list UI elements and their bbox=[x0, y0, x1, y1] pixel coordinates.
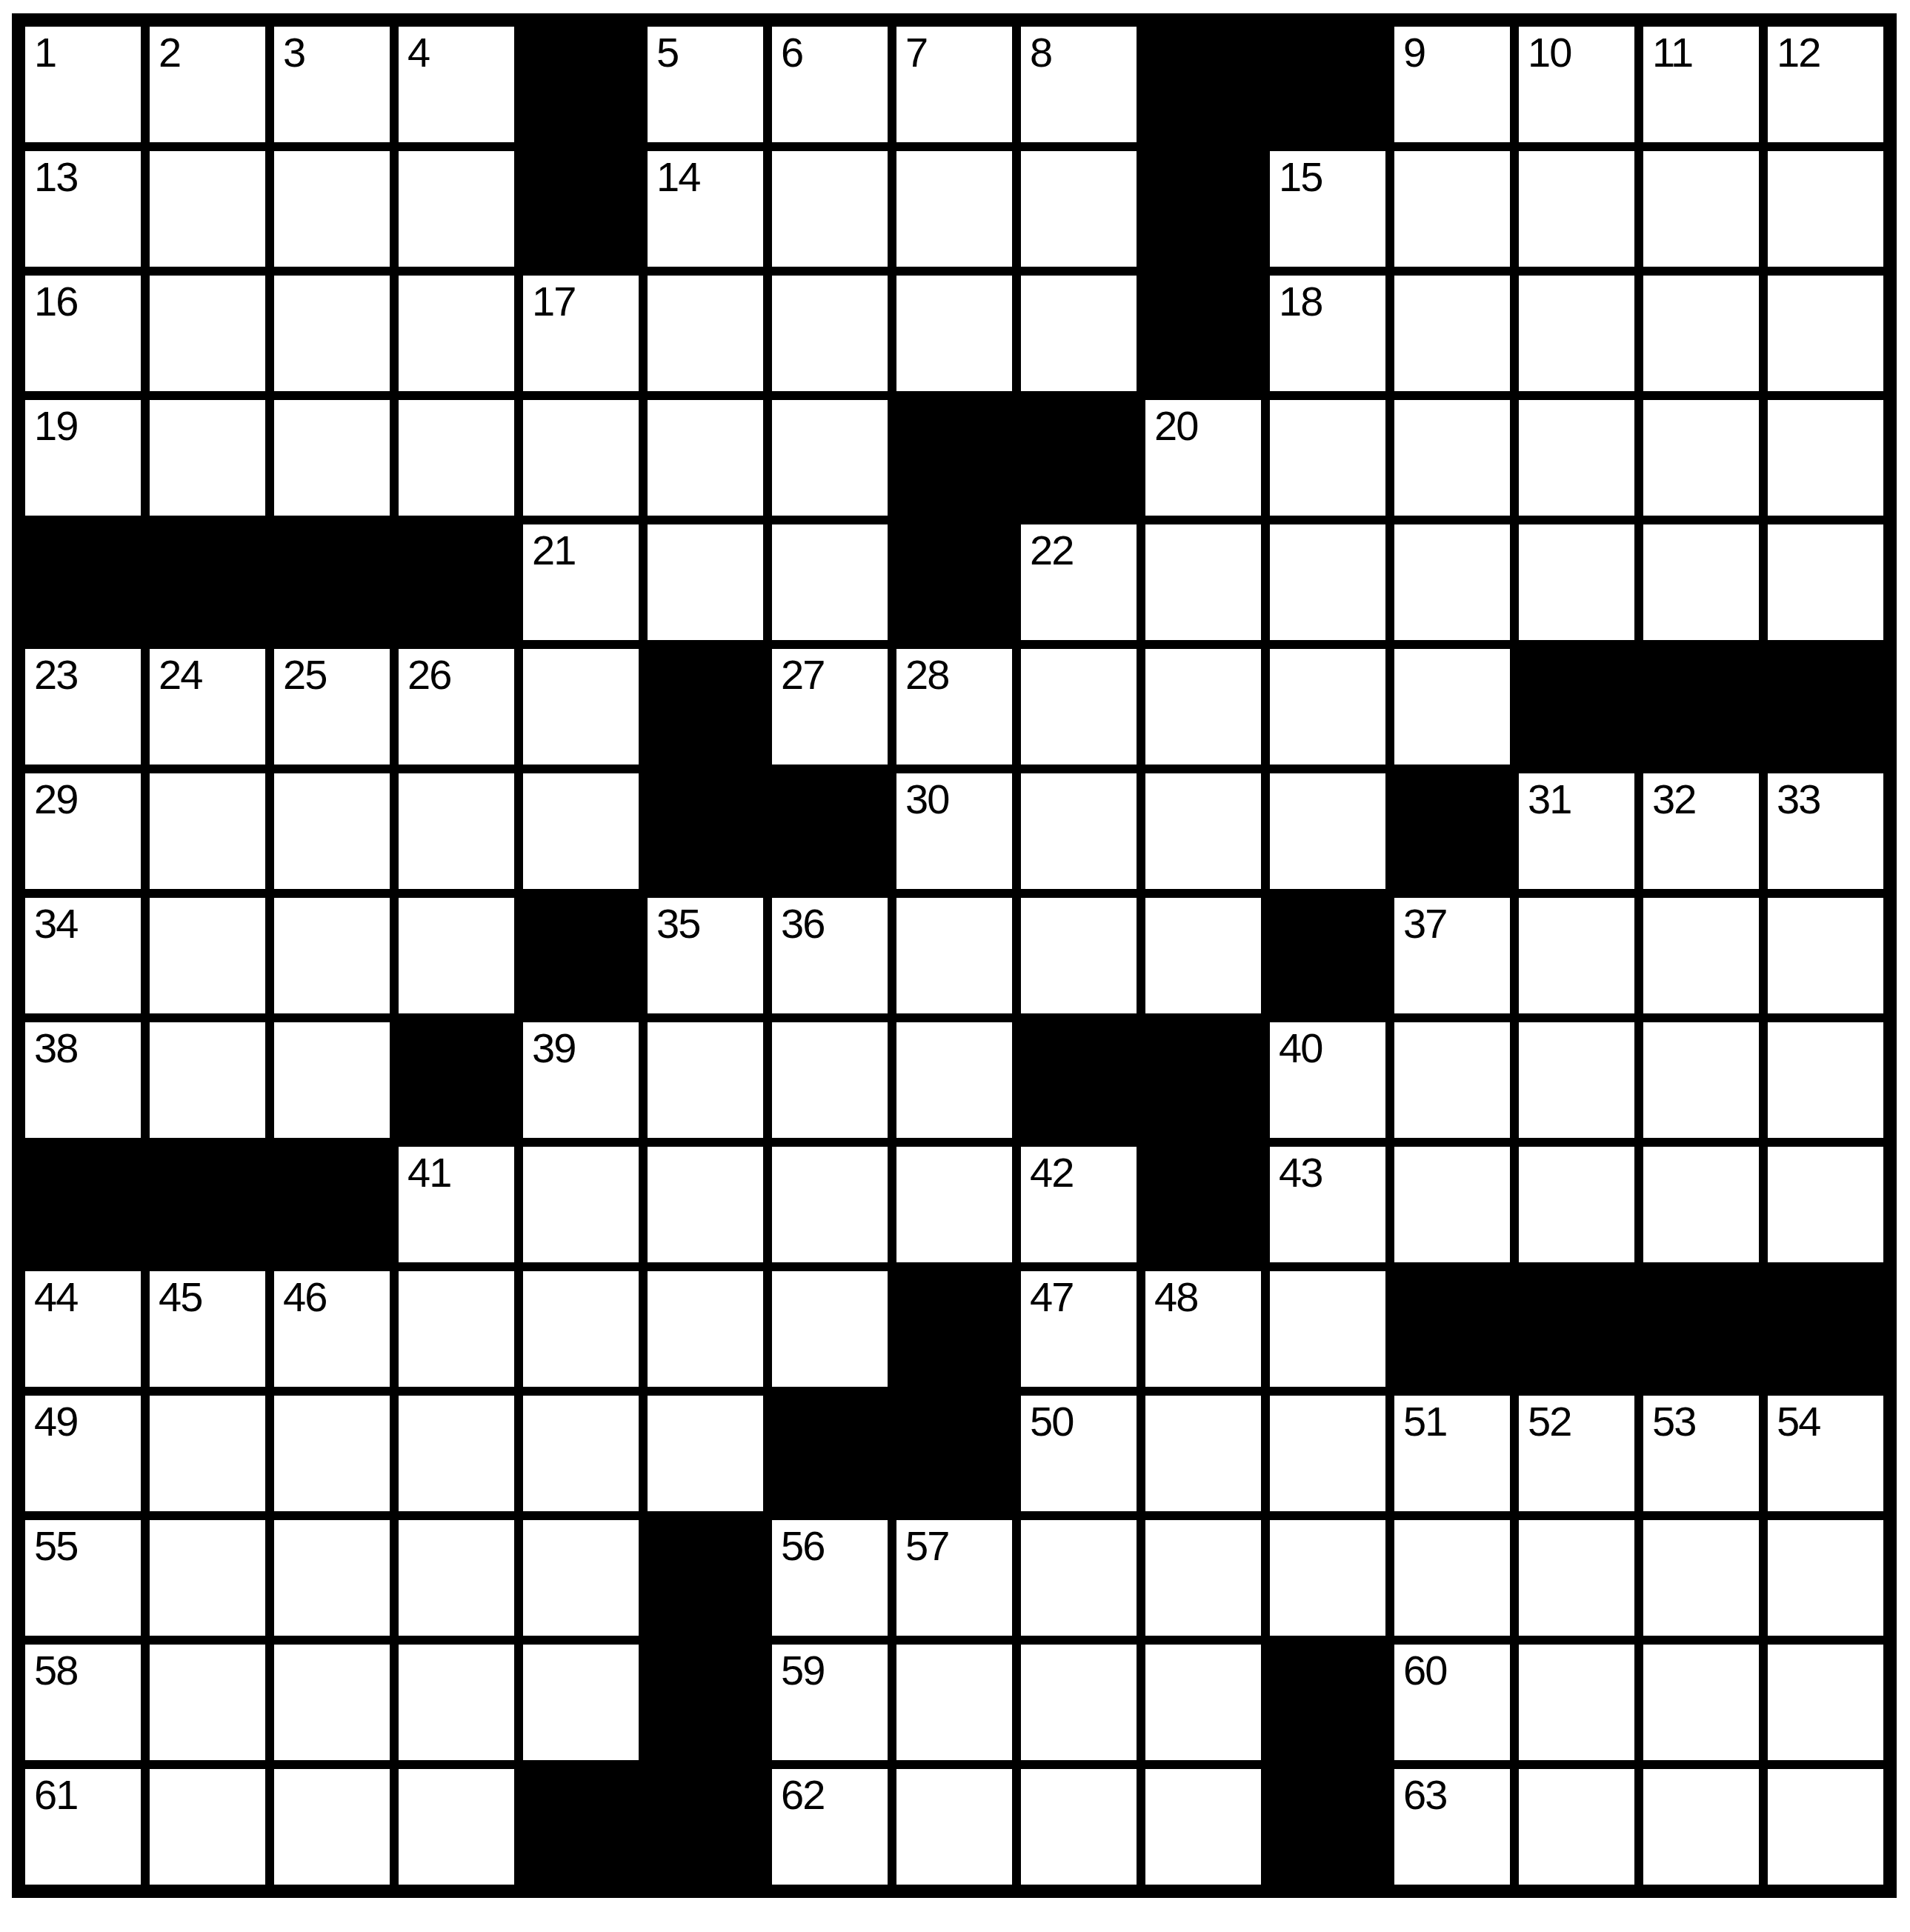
white-cell[interactable] bbox=[896, 1645, 1012, 1760]
white-cell[interactable] bbox=[772, 1147, 888, 1262]
white-cell[interactable] bbox=[274, 773, 390, 889]
white-cell[interactable]: 53 bbox=[1643, 1396, 1759, 1511]
white-cell[interactable]: 34 bbox=[25, 898, 141, 1013]
black-cell bbox=[772, 773, 888, 889]
black-cell bbox=[648, 1645, 763, 1760]
white-cell[interactable] bbox=[1519, 1645, 1634, 1760]
white-cell[interactable]: 60 bbox=[1394, 1645, 1510, 1760]
white-cell[interactable]: 21 bbox=[523, 524, 639, 640]
white-cell[interactable]: 20 bbox=[1145, 400, 1261, 516]
cell-number: 10 bbox=[1528, 30, 1571, 76]
cell-number: 42 bbox=[1030, 1150, 1073, 1196]
white-cell[interactable] bbox=[274, 400, 390, 516]
white-cell[interactable] bbox=[274, 1396, 390, 1511]
crossword-grid: 1234567891011121314151617181920212223242… bbox=[12, 13, 1897, 1898]
cell-number: 38 bbox=[34, 1025, 77, 1071]
white-cell[interactable] bbox=[772, 276, 888, 391]
cell-number: 19 bbox=[34, 403, 77, 449]
white-cell[interactable] bbox=[772, 151, 888, 267]
white-cell[interactable] bbox=[150, 1520, 265, 1636]
white-cell[interactable] bbox=[1145, 1396, 1261, 1511]
black-cell bbox=[1394, 1271, 1510, 1387]
black-cell bbox=[25, 1147, 141, 1262]
white-cell[interactable] bbox=[1643, 1022, 1759, 1138]
cell-number: 23 bbox=[34, 652, 77, 698]
white-cell[interactable]: 51 bbox=[1394, 1396, 1510, 1511]
white-cell[interactable]: 57 bbox=[896, 1520, 1012, 1636]
white-cell[interactable]: 45 bbox=[150, 1271, 265, 1387]
white-cell[interactable] bbox=[1768, 1645, 1883, 1760]
white-cell[interactable] bbox=[1270, 773, 1385, 889]
white-cell[interactable] bbox=[648, 400, 763, 516]
black-cell bbox=[1145, 1147, 1261, 1262]
black-cell bbox=[648, 773, 763, 889]
black-cell bbox=[1270, 27, 1385, 142]
white-cell[interactable]: 44 bbox=[25, 1271, 141, 1387]
cell-number: 44 bbox=[34, 1274, 77, 1320]
white-cell[interactable] bbox=[1643, 1769, 1759, 1885]
white-cell[interactable]: 40 bbox=[1270, 1022, 1385, 1138]
black-cell bbox=[1643, 1271, 1759, 1387]
cell-number: 59 bbox=[781, 1648, 824, 1693]
black-cell bbox=[1021, 400, 1137, 516]
white-cell[interactable] bbox=[1768, 1769, 1883, 1885]
cell-number: 40 bbox=[1279, 1025, 1322, 1071]
white-cell[interactable]: 43 bbox=[1270, 1147, 1385, 1262]
white-cell[interactable] bbox=[1021, 898, 1137, 1013]
white-cell[interactable]: 58 bbox=[25, 1645, 141, 1760]
white-cell[interactable] bbox=[274, 898, 390, 1013]
white-cell[interactable]: 6 bbox=[772, 27, 888, 142]
white-cell[interactable]: 1 bbox=[25, 27, 141, 142]
white-cell[interactable] bbox=[1394, 151, 1510, 267]
white-cell[interactable] bbox=[1145, 898, 1261, 1013]
black-cell bbox=[399, 1022, 514, 1138]
black-cell bbox=[150, 1147, 265, 1262]
cell-number: 33 bbox=[1777, 776, 1820, 822]
white-cell[interactable] bbox=[1145, 1645, 1261, 1760]
white-cell[interactable]: 13 bbox=[25, 151, 141, 267]
white-cell[interactable]: 49 bbox=[25, 1396, 141, 1511]
white-cell[interactable]: 12 bbox=[1768, 27, 1883, 142]
black-cell bbox=[1145, 151, 1261, 267]
cell-number: 61 bbox=[34, 1772, 77, 1818]
white-cell[interactable]: 33 bbox=[1768, 773, 1883, 889]
white-cell[interactable] bbox=[648, 1271, 763, 1387]
white-cell[interactable] bbox=[1519, 1022, 1634, 1138]
white-cell[interactable] bbox=[648, 1396, 763, 1511]
white-cell[interactable] bbox=[1768, 276, 1883, 391]
white-cell[interactable] bbox=[1643, 1520, 1759, 1636]
white-cell[interactable] bbox=[1768, 524, 1883, 640]
white-cell[interactable] bbox=[772, 524, 888, 640]
white-cell[interactable] bbox=[1270, 1396, 1385, 1511]
white-cell[interactable]: 2 bbox=[150, 27, 265, 142]
white-cell[interactable]: 36 bbox=[772, 898, 888, 1013]
white-cell[interactable] bbox=[772, 1022, 888, 1138]
white-cell[interactable] bbox=[1021, 276, 1137, 391]
white-cell[interactable] bbox=[1270, 649, 1385, 765]
white-cell[interactable] bbox=[399, 400, 514, 516]
white-cell[interactable]: 39 bbox=[523, 1022, 639, 1138]
white-cell[interactable]: 47 bbox=[1021, 1271, 1137, 1387]
white-cell[interactable] bbox=[150, 276, 265, 391]
white-cell[interactable] bbox=[1145, 524, 1261, 640]
white-cell[interactable] bbox=[896, 898, 1012, 1013]
white-cell[interactable]: 3 bbox=[274, 27, 390, 142]
black-cell bbox=[1519, 1271, 1634, 1387]
black-cell bbox=[1768, 1271, 1883, 1387]
white-cell[interactable] bbox=[1145, 649, 1261, 765]
white-cell[interactable] bbox=[150, 1645, 265, 1760]
black-cell bbox=[1643, 649, 1759, 765]
white-cell[interactable] bbox=[1519, 898, 1634, 1013]
white-cell[interactable]: 29 bbox=[25, 773, 141, 889]
white-cell[interactable]: 46 bbox=[274, 1271, 390, 1387]
cell-number: 6 bbox=[781, 30, 802, 76]
white-cell[interactable]: 56 bbox=[772, 1520, 888, 1636]
white-cell[interactable] bbox=[1394, 649, 1510, 765]
cell-number: 14 bbox=[656, 154, 699, 200]
white-cell[interactable] bbox=[1021, 1769, 1137, 1885]
white-cell[interactable]: 18 bbox=[1270, 276, 1385, 391]
white-cell[interactable] bbox=[1768, 1022, 1883, 1138]
black-cell bbox=[896, 1271, 1012, 1387]
white-cell[interactable] bbox=[896, 276, 1012, 391]
black-cell bbox=[648, 1769, 763, 1885]
white-cell[interactable]: 61 bbox=[25, 1769, 141, 1885]
white-cell[interactable] bbox=[523, 1645, 639, 1760]
white-cell[interactable]: 32 bbox=[1643, 773, 1759, 889]
white-cell[interactable] bbox=[523, 1147, 639, 1262]
black-cell bbox=[1021, 1022, 1137, 1138]
white-cell[interactable] bbox=[1021, 1520, 1137, 1636]
white-cell[interactable] bbox=[523, 400, 639, 516]
black-cell bbox=[1270, 1769, 1385, 1885]
white-cell[interactable] bbox=[274, 1769, 390, 1885]
cell-number: 48 bbox=[1154, 1274, 1197, 1320]
black-cell bbox=[896, 1396, 1012, 1511]
white-cell[interactable] bbox=[399, 1769, 514, 1885]
white-cell[interactable]: 63 bbox=[1394, 1769, 1510, 1885]
cell-number: 37 bbox=[1403, 901, 1446, 947]
cell-number: 43 bbox=[1279, 1150, 1322, 1196]
cell-number: 16 bbox=[34, 279, 77, 324]
black-cell bbox=[648, 649, 763, 765]
white-cell[interactable]: 22 bbox=[1021, 524, 1137, 640]
white-cell[interactable] bbox=[1643, 1147, 1759, 1262]
black-cell bbox=[1270, 898, 1385, 1013]
black-cell bbox=[1145, 276, 1261, 391]
black-cell bbox=[399, 524, 514, 640]
white-cell[interactable] bbox=[1768, 1147, 1883, 1262]
cell-number: 34 bbox=[34, 901, 77, 947]
white-cell[interactable] bbox=[1021, 649, 1137, 765]
white-cell[interactable] bbox=[1145, 1520, 1261, 1636]
white-cell[interactable] bbox=[896, 1147, 1012, 1262]
black-cell bbox=[274, 524, 390, 640]
cell-number: 51 bbox=[1403, 1399, 1446, 1445]
white-cell[interactable] bbox=[399, 151, 514, 267]
cell-number: 5 bbox=[656, 30, 678, 76]
black-cell bbox=[896, 400, 1012, 516]
white-cell[interactable] bbox=[1145, 773, 1261, 889]
white-cell[interactable] bbox=[274, 1022, 390, 1138]
white-cell[interactable] bbox=[274, 276, 390, 391]
white-cell[interactable] bbox=[1519, 1769, 1634, 1885]
white-cell[interactable]: 19 bbox=[25, 400, 141, 516]
white-cell[interactable]: 59 bbox=[772, 1645, 888, 1760]
cell-number: 22 bbox=[1030, 527, 1073, 573]
white-cell[interactable]: 24 bbox=[150, 649, 265, 765]
white-cell[interactable] bbox=[1519, 151, 1634, 267]
white-cell[interactable]: 28 bbox=[896, 649, 1012, 765]
cell-number: 63 bbox=[1403, 1772, 1446, 1818]
white-cell[interactable] bbox=[1768, 1520, 1883, 1636]
white-cell[interactable] bbox=[648, 1022, 763, 1138]
white-cell[interactable]: 15 bbox=[1270, 151, 1385, 267]
white-cell[interactable] bbox=[1519, 524, 1634, 640]
black-cell bbox=[274, 1147, 390, 1262]
white-cell[interactable] bbox=[1643, 524, 1759, 640]
black-cell bbox=[523, 898, 639, 1013]
white-cell[interactable] bbox=[523, 649, 639, 765]
white-cell[interactable] bbox=[150, 151, 265, 267]
black-cell bbox=[1145, 27, 1261, 142]
white-cell[interactable]: 23 bbox=[25, 649, 141, 765]
cell-number: 50 bbox=[1030, 1399, 1073, 1445]
white-cell[interactable] bbox=[648, 276, 763, 391]
cell-number: 57 bbox=[905, 1523, 948, 1569]
cell-number: 45 bbox=[159, 1274, 202, 1320]
cell-number: 8 bbox=[1030, 30, 1051, 76]
white-cell[interactable] bbox=[523, 1396, 639, 1511]
cell-number: 26 bbox=[407, 652, 450, 698]
white-cell[interactable]: 31 bbox=[1519, 773, 1634, 889]
cell-number: 58 bbox=[34, 1648, 77, 1693]
white-cell[interactable] bbox=[274, 1520, 390, 1636]
white-cell[interactable] bbox=[1519, 400, 1634, 516]
white-cell[interactable] bbox=[1768, 400, 1883, 516]
white-cell[interactable] bbox=[274, 1645, 390, 1760]
white-cell[interactable]: 50 bbox=[1021, 1396, 1137, 1511]
black-cell bbox=[523, 1769, 639, 1885]
white-cell[interactable] bbox=[1394, 276, 1510, 391]
white-cell[interactable]: 42 bbox=[1021, 1147, 1137, 1262]
white-cell[interactable] bbox=[1021, 151, 1137, 267]
cell-number: 53 bbox=[1652, 1399, 1695, 1445]
white-cell[interactable] bbox=[896, 1769, 1012, 1885]
cell-number: 12 bbox=[1777, 30, 1820, 76]
white-cell[interactable] bbox=[1270, 1271, 1385, 1387]
cell-number: 21 bbox=[532, 527, 575, 573]
cell-number: 49 bbox=[34, 1399, 77, 1445]
cell-number: 46 bbox=[283, 1274, 326, 1320]
white-cell[interactable]: 35 bbox=[648, 898, 763, 1013]
cell-number: 11 bbox=[1652, 30, 1692, 76]
black-cell bbox=[896, 524, 1012, 640]
white-cell[interactable]: 4 bbox=[399, 27, 514, 142]
white-cell[interactable] bbox=[399, 898, 514, 1013]
cell-number: 2 bbox=[159, 30, 180, 76]
cell-number: 15 bbox=[1279, 154, 1322, 200]
white-cell[interactable] bbox=[1021, 773, 1137, 889]
cell-number: 31 bbox=[1528, 776, 1571, 822]
white-cell[interactable] bbox=[648, 1147, 763, 1262]
white-cell[interactable] bbox=[399, 1520, 514, 1636]
black-cell bbox=[1145, 1022, 1261, 1138]
white-cell[interactable] bbox=[1643, 898, 1759, 1013]
cell-number: 7 bbox=[905, 30, 927, 76]
white-cell[interactable] bbox=[772, 1271, 888, 1387]
white-cell[interactable]: 54 bbox=[1768, 1396, 1883, 1511]
white-cell[interactable] bbox=[1643, 151, 1759, 267]
white-cell[interactable] bbox=[1519, 1147, 1634, 1262]
cell-number: 56 bbox=[781, 1523, 824, 1569]
white-cell[interactable] bbox=[1270, 524, 1385, 640]
cell-number: 20 bbox=[1154, 403, 1197, 449]
white-cell[interactable] bbox=[1394, 1147, 1510, 1262]
white-cell[interactable] bbox=[399, 1396, 514, 1511]
cell-number: 24 bbox=[159, 652, 202, 698]
white-cell[interactable]: 25 bbox=[274, 649, 390, 765]
white-cell[interactable]: 52 bbox=[1519, 1396, 1634, 1511]
white-cell[interactable] bbox=[1394, 524, 1510, 640]
white-cell[interactable]: 14 bbox=[648, 151, 763, 267]
white-cell[interactable]: 11 bbox=[1643, 27, 1759, 142]
cell-number: 3 bbox=[283, 30, 305, 76]
cell-number: 9 bbox=[1403, 30, 1425, 76]
cell-number: 35 bbox=[656, 901, 699, 947]
white-cell[interactable] bbox=[896, 151, 1012, 267]
white-cell[interactable] bbox=[150, 400, 265, 516]
white-cell[interactable] bbox=[1394, 1022, 1510, 1138]
cell-number: 27 bbox=[781, 652, 824, 698]
cell-number: 36 bbox=[781, 901, 824, 947]
white-cell[interactable] bbox=[1519, 276, 1634, 391]
cell-number: 54 bbox=[1777, 1399, 1820, 1445]
white-cell[interactable]: 5 bbox=[648, 27, 763, 142]
white-cell[interactable]: 16 bbox=[25, 276, 141, 391]
white-cell[interactable] bbox=[399, 773, 514, 889]
white-cell[interactable] bbox=[274, 151, 390, 267]
white-cell[interactable] bbox=[1394, 1520, 1510, 1636]
cell-number: 28 bbox=[905, 652, 948, 698]
white-cell[interactable] bbox=[150, 898, 265, 1013]
cell-number: 13 bbox=[34, 154, 77, 200]
black-cell bbox=[1768, 649, 1883, 765]
white-cell[interactable] bbox=[523, 1520, 639, 1636]
black-cell bbox=[1394, 773, 1510, 889]
white-cell[interactable]: 37 bbox=[1394, 898, 1510, 1013]
cell-number: 18 bbox=[1279, 279, 1322, 324]
cell-number: 29 bbox=[34, 776, 77, 822]
cell-number: 41 bbox=[407, 1150, 450, 1196]
white-cell[interactable] bbox=[399, 1271, 514, 1387]
cell-number: 47 bbox=[1030, 1274, 1073, 1320]
white-cell[interactable] bbox=[1768, 898, 1883, 1013]
black-cell bbox=[25, 524, 141, 640]
cell-number: 55 bbox=[34, 1523, 77, 1569]
white-cell[interactable]: 10 bbox=[1519, 27, 1634, 142]
black-cell bbox=[772, 1396, 888, 1511]
white-cell[interactable] bbox=[150, 773, 265, 889]
white-cell[interactable] bbox=[1643, 276, 1759, 391]
black-cell bbox=[1519, 649, 1634, 765]
cell-number: 4 bbox=[407, 30, 429, 76]
white-cell[interactable] bbox=[1270, 400, 1385, 516]
black-cell bbox=[648, 1520, 763, 1636]
white-cell[interactable] bbox=[523, 1271, 639, 1387]
white-cell[interactable]: 48 bbox=[1145, 1271, 1261, 1387]
white-cell[interactable]: 62 bbox=[772, 1769, 888, 1885]
white-cell[interactable] bbox=[1270, 1520, 1385, 1636]
black-cell bbox=[523, 27, 639, 142]
black-cell bbox=[150, 524, 265, 640]
cell-number: 62 bbox=[781, 1772, 824, 1818]
white-cell[interactable]: 9 bbox=[1394, 27, 1510, 142]
white-cell[interactable]: 7 bbox=[896, 27, 1012, 142]
cell-number: 52 bbox=[1528, 1399, 1571, 1445]
white-cell[interactable]: 26 bbox=[399, 649, 514, 765]
black-cell bbox=[523, 151, 639, 267]
white-cell[interactable] bbox=[772, 400, 888, 516]
white-cell[interactable] bbox=[1768, 151, 1883, 267]
cell-number: 30 bbox=[905, 776, 948, 822]
white-cell[interactable] bbox=[1519, 1520, 1634, 1636]
white-cell[interactable] bbox=[523, 773, 639, 889]
white-cell[interactable]: 27 bbox=[772, 649, 888, 765]
white-cell[interactable] bbox=[399, 1645, 514, 1760]
white-cell[interactable] bbox=[150, 1769, 265, 1885]
white-cell[interactable]: 41 bbox=[399, 1147, 514, 1262]
white-cell[interactable] bbox=[1643, 1645, 1759, 1760]
cell-number: 1 bbox=[34, 30, 56, 76]
white-cell[interactable] bbox=[1394, 400, 1510, 516]
white-cell[interactable] bbox=[1643, 400, 1759, 516]
cell-number: 25 bbox=[283, 652, 326, 698]
cell-number: 32 bbox=[1652, 776, 1695, 822]
black-cell bbox=[1270, 1645, 1385, 1760]
white-cell[interactable]: 30 bbox=[896, 773, 1012, 889]
white-cell[interactable] bbox=[896, 1022, 1012, 1138]
white-cell[interactable] bbox=[1145, 1769, 1261, 1885]
white-cell[interactable] bbox=[1021, 1645, 1137, 1760]
white-cell[interactable] bbox=[399, 276, 514, 391]
white-cell[interactable]: 55 bbox=[25, 1520, 141, 1636]
cell-number: 39 bbox=[532, 1025, 575, 1071]
white-cell[interactable]: 8 bbox=[1021, 27, 1137, 142]
white-cell[interactable] bbox=[648, 524, 763, 640]
white-cell[interactable]: 17 bbox=[523, 276, 639, 391]
cell-number: 60 bbox=[1403, 1648, 1446, 1693]
white-cell[interactable]: 38 bbox=[25, 1022, 141, 1138]
cell-number: 17 bbox=[532, 279, 575, 324]
white-cell[interactable] bbox=[150, 1396, 265, 1511]
white-cell[interactable] bbox=[150, 1022, 265, 1138]
